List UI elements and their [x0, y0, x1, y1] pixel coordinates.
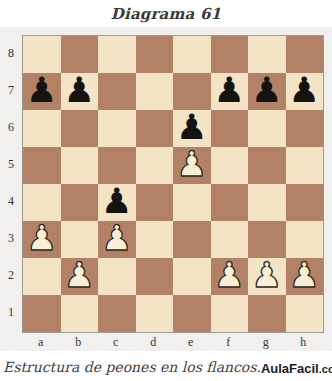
square-a8: [23, 36, 61, 73]
square-b2: ♟: [61, 258, 99, 295]
square-e6: ♟: [173, 110, 211, 147]
square-c3: ♟: [98, 221, 136, 258]
square-e2: [173, 258, 211, 295]
black-pawn-a7: ♟: [26, 72, 57, 109]
file-labels-row: abcdefgh: [22, 333, 332, 351]
rank-label-6: 6: [0, 109, 22, 146]
square-h4: [286, 184, 324, 221]
square-e7: [173, 73, 211, 110]
square-h3: [286, 221, 324, 258]
square-f4: [211, 184, 249, 221]
square-b1: [61, 295, 99, 332]
square-c4: ♟: [98, 184, 136, 221]
rank-label-1: 1: [0, 294, 22, 331]
square-b5: [61, 147, 99, 184]
footer: Estructura de peones en los flancos. Aul…: [0, 351, 332, 381]
square-d6: [136, 110, 174, 147]
white-pawn-b2: ♟: [64, 257, 95, 294]
square-e3: [173, 221, 211, 258]
square-d3: [136, 221, 174, 258]
square-a7: ♟: [23, 73, 61, 110]
square-c2: [98, 258, 136, 295]
square-h1: [286, 295, 324, 332]
board-panel: 87654321 ♟♟♟♟♟♟♟♟♟♟♟♟♟♟ abcdefgh: [0, 27, 332, 351]
rank-label-2: 2: [0, 257, 22, 294]
square-e5: ♟: [173, 147, 211, 184]
square-f8: [211, 36, 249, 73]
square-g1: [248, 295, 286, 332]
square-b3: [61, 221, 99, 258]
square-f6: [211, 110, 249, 147]
square-b6: [61, 110, 99, 147]
square-d4: [136, 184, 174, 221]
square-b7: ♟: [61, 73, 99, 110]
square-g3: [248, 221, 286, 258]
square-g2: ♟: [248, 258, 286, 295]
square-h7: ♟: [286, 73, 324, 110]
file-label-g: g: [247, 333, 285, 351]
black-pawn-h7: ♟: [289, 72, 320, 109]
square-d2: [136, 258, 174, 295]
square-a3: ♟: [23, 221, 61, 258]
black-pawn-g7: ♟: [251, 72, 282, 109]
white-pawn-c3: ♟: [101, 220, 132, 257]
file-label-a: a: [22, 333, 60, 351]
chess-diagram-page: Diagrama 61 87654321 ♟♟♟♟♟♟♟♟♟♟♟♟♟♟ abcd…: [0, 0, 332, 381]
black-pawn-e6: ♟: [176, 109, 207, 146]
square-h8: [286, 36, 324, 73]
square-f3: [211, 221, 249, 258]
black-pawn-b7: ♟: [64, 72, 95, 109]
site-branding: AulaFacil.com: [261, 359, 332, 377]
square-d5: [136, 147, 174, 184]
file-label-h: h: [285, 333, 323, 351]
black-pawn-f7: ♟: [214, 72, 245, 109]
rank-label-5: 5: [0, 146, 22, 183]
square-a6: [23, 110, 61, 147]
white-pawn-f2: ♟: [214, 257, 245, 294]
square-c5: [98, 147, 136, 184]
square-h5: [286, 147, 324, 184]
square-b8: [61, 36, 99, 73]
brand-name: AulaFacil: [261, 361, 319, 376]
rank-label-4: 4: [0, 183, 22, 220]
square-a1: [23, 295, 61, 332]
file-label-c: c: [97, 333, 135, 351]
chess-board: ♟♟♟♟♟♟♟♟♟♟♟♟♟♟: [22, 35, 324, 333]
black-pawn-c4: ♟: [101, 183, 132, 220]
square-a5: [23, 147, 61, 184]
square-a4: [23, 184, 61, 221]
square-c8: [98, 36, 136, 73]
square-f7: ♟: [211, 73, 249, 110]
square-c1: [98, 295, 136, 332]
square-d1: [136, 295, 174, 332]
square-f5: [211, 147, 249, 184]
white-pawn-g2: ♟: [251, 257, 282, 294]
file-label-b: b: [60, 333, 98, 351]
square-a2: [23, 258, 61, 295]
diagram-caption: Estructura de peones en los flancos.: [3, 359, 261, 375]
white-pawn-h2: ♟: [289, 257, 320, 294]
square-c6: [98, 110, 136, 147]
file-label-f: f: [210, 333, 248, 351]
rank-label-7: 7: [0, 72, 22, 109]
square-f2: ♟: [211, 258, 249, 295]
square-e4: [173, 184, 211, 221]
square-g4: [248, 184, 286, 221]
diagram-title: Diagrama 61: [0, 0, 332, 27]
square-c7: [98, 73, 136, 110]
square-e1: [173, 295, 211, 332]
square-d8: [136, 36, 174, 73]
square-g8: [248, 36, 286, 73]
square-e8: [173, 36, 211, 73]
file-label-d: d: [135, 333, 173, 351]
square-h2: ♟: [286, 258, 324, 295]
square-g6: [248, 110, 286, 147]
square-g7: ♟: [248, 73, 286, 110]
rank-labels-column: 87654321: [0, 35, 22, 333]
file-label-e: e: [172, 333, 210, 351]
rank-label-3: 3: [0, 220, 22, 257]
square-f1: [211, 295, 249, 332]
square-b4: [61, 184, 99, 221]
square-g5: [248, 147, 286, 184]
brand-tld: .com: [319, 363, 332, 375]
rank-label-8: 8: [0, 35, 22, 72]
white-pawn-a3: ♟: [26, 220, 57, 257]
white-pawn-e5: ♟: [176, 146, 207, 183]
square-d7: [136, 73, 174, 110]
square-h6: [286, 110, 324, 147]
